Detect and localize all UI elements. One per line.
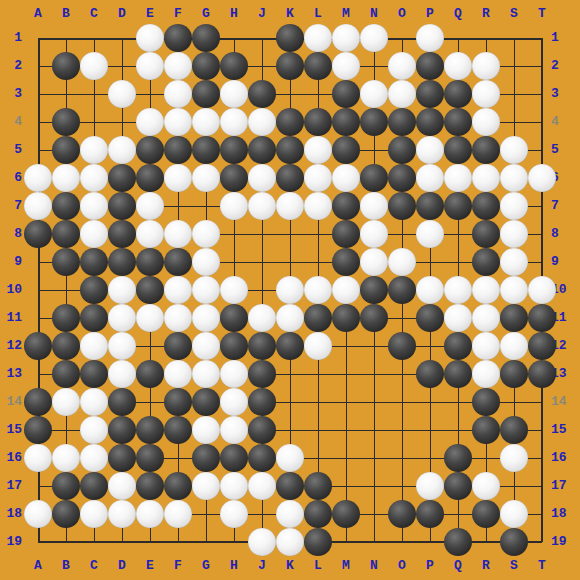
column-label-top: D <box>108 2 136 26</box>
black-stone <box>472 248 500 276</box>
column-label-top: C <box>80 2 108 26</box>
column-label-top: O <box>388 2 416 26</box>
white-stone <box>24 444 52 472</box>
black-stone <box>416 192 444 220</box>
white-stone <box>136 52 164 80</box>
white-stone <box>388 80 416 108</box>
white-stone <box>472 52 500 80</box>
black-stone <box>164 248 192 276</box>
white-stone <box>528 276 556 304</box>
black-stone <box>52 360 80 388</box>
white-stone <box>304 332 332 360</box>
black-stone <box>220 444 248 472</box>
black-stone <box>80 248 108 276</box>
column-label-bottom: P <box>416 554 444 578</box>
black-stone <box>276 332 304 360</box>
black-stone <box>472 136 500 164</box>
white-stone <box>248 472 276 500</box>
column-label-bottom: F <box>164 554 192 578</box>
white-stone <box>416 220 444 248</box>
white-stone <box>416 276 444 304</box>
white-stone <box>500 192 528 220</box>
black-stone <box>248 444 276 472</box>
white-stone <box>360 192 388 220</box>
black-stone <box>164 472 192 500</box>
black-stone <box>52 248 80 276</box>
white-stone <box>444 164 472 192</box>
column-label-bottom: J <box>248 554 276 578</box>
black-stone <box>192 80 220 108</box>
white-stone <box>416 164 444 192</box>
black-stone <box>388 500 416 528</box>
white-stone <box>192 108 220 136</box>
row-label-right: 19 <box>551 530 579 554</box>
black-stone <box>136 416 164 444</box>
column-label-bottom: B <box>52 554 80 578</box>
row-label-right: 15 <box>551 418 579 442</box>
black-stone <box>416 304 444 332</box>
black-stone <box>416 500 444 528</box>
white-stone <box>136 192 164 220</box>
black-stone <box>276 52 304 80</box>
row-label-left: 14 <box>0 390 22 414</box>
black-stone <box>388 332 416 360</box>
white-stone <box>164 220 192 248</box>
white-stone <box>360 24 388 52</box>
white-stone <box>80 500 108 528</box>
black-stone <box>276 24 304 52</box>
row-label-left: 18 <box>0 502 22 526</box>
row-label-right: 9 <box>551 250 579 274</box>
row-label-left: 3 <box>0 82 22 106</box>
white-stone <box>164 500 192 528</box>
row-label-right: 16 <box>551 446 579 470</box>
row-label-right: 5 <box>551 138 579 162</box>
black-stone <box>248 136 276 164</box>
white-stone <box>108 276 136 304</box>
black-stone <box>248 360 276 388</box>
black-stone <box>164 388 192 416</box>
black-stone <box>388 108 416 136</box>
white-stone <box>360 248 388 276</box>
row-label-right: 2 <box>551 54 579 78</box>
black-stone <box>108 192 136 220</box>
white-stone <box>80 220 108 248</box>
white-stone <box>192 332 220 360</box>
black-stone <box>332 136 360 164</box>
row-label-left: 16 <box>0 446 22 470</box>
column-label-bottom: Q <box>444 554 472 578</box>
black-stone <box>24 332 52 360</box>
white-stone <box>472 304 500 332</box>
column-label-bottom: O <box>388 554 416 578</box>
row-label-right: 14 <box>551 390 579 414</box>
white-stone <box>500 220 528 248</box>
white-stone <box>108 472 136 500</box>
black-stone <box>444 360 472 388</box>
black-stone <box>472 192 500 220</box>
row-label-left: 17 <box>0 474 22 498</box>
row-label-right: 17 <box>551 474 579 498</box>
black-stone <box>444 192 472 220</box>
column-label-top: S <box>500 2 528 26</box>
black-stone <box>388 276 416 304</box>
white-stone <box>304 164 332 192</box>
white-stone <box>24 500 52 528</box>
row-label-right: 7 <box>551 194 579 218</box>
black-stone <box>416 52 444 80</box>
black-stone <box>500 528 528 556</box>
row-label-left: 10 <box>0 278 22 302</box>
white-stone <box>164 80 192 108</box>
black-stone <box>360 304 388 332</box>
row-label-left: 2 <box>0 54 22 78</box>
white-stone <box>248 164 276 192</box>
column-label-top: Q <box>444 2 472 26</box>
column-label-bottom: T <box>528 554 556 578</box>
row-label-left: 13 <box>0 362 22 386</box>
black-stone <box>192 24 220 52</box>
white-stone <box>136 24 164 52</box>
black-stone <box>80 304 108 332</box>
column-label-bottom: S <box>500 554 528 578</box>
white-stone <box>472 108 500 136</box>
black-stone <box>444 80 472 108</box>
white-stone <box>108 80 136 108</box>
white-stone <box>192 220 220 248</box>
white-stone <box>136 108 164 136</box>
column-label-bottom: K <box>276 554 304 578</box>
black-stone <box>164 136 192 164</box>
black-stone <box>472 220 500 248</box>
column-label-top: A <box>24 2 52 26</box>
black-stone <box>136 136 164 164</box>
white-stone <box>192 164 220 192</box>
black-stone <box>220 304 248 332</box>
black-stone <box>164 332 192 360</box>
white-stone <box>360 80 388 108</box>
black-stone <box>164 24 192 52</box>
black-stone <box>528 360 556 388</box>
row-label-left: 6 <box>0 166 22 190</box>
black-stone <box>304 52 332 80</box>
white-stone <box>500 136 528 164</box>
white-stone <box>192 360 220 388</box>
white-stone <box>220 472 248 500</box>
white-stone <box>108 500 136 528</box>
black-stone <box>248 80 276 108</box>
column-label-top: N <box>360 2 388 26</box>
black-stone <box>332 248 360 276</box>
white-stone <box>164 276 192 304</box>
column-label-top: R <box>472 2 500 26</box>
black-stone <box>108 248 136 276</box>
black-stone <box>500 416 528 444</box>
column-label-top: E <box>136 2 164 26</box>
white-stone <box>24 164 52 192</box>
black-stone <box>52 108 80 136</box>
black-stone <box>24 416 52 444</box>
white-stone <box>80 192 108 220</box>
row-label-left: 19 <box>0 530 22 554</box>
white-stone <box>192 304 220 332</box>
white-stone <box>500 248 528 276</box>
black-stone <box>332 108 360 136</box>
column-label-bottom: E <box>136 554 164 578</box>
column-label-bottom: C <box>80 554 108 578</box>
white-stone <box>220 276 248 304</box>
black-stone <box>276 108 304 136</box>
column-label-top: K <box>276 2 304 26</box>
white-stone <box>248 192 276 220</box>
black-stone <box>248 388 276 416</box>
black-stone <box>500 304 528 332</box>
white-stone <box>80 416 108 444</box>
black-stone <box>304 304 332 332</box>
column-label-bottom: A <box>24 554 52 578</box>
column-label-top: P <box>416 2 444 26</box>
black-stone <box>500 360 528 388</box>
row-label-right: 8 <box>551 222 579 246</box>
column-label-bottom: G <box>192 554 220 578</box>
white-stone <box>332 24 360 52</box>
black-stone <box>52 304 80 332</box>
white-stone <box>24 192 52 220</box>
black-stone <box>80 276 108 304</box>
white-stone <box>500 332 528 360</box>
white-stone <box>108 360 136 388</box>
black-stone <box>52 332 80 360</box>
column-label-bottom: R <box>472 554 500 578</box>
white-stone <box>416 472 444 500</box>
black-stone <box>388 164 416 192</box>
black-stone <box>444 136 472 164</box>
white-stone <box>136 220 164 248</box>
white-stone <box>192 276 220 304</box>
column-label-top: J <box>248 2 276 26</box>
black-stone <box>472 500 500 528</box>
black-stone <box>24 220 52 248</box>
black-stone <box>136 360 164 388</box>
column-label-top: T <box>528 2 556 26</box>
white-stone <box>416 136 444 164</box>
column-label-top: G <box>192 2 220 26</box>
white-stone <box>108 332 136 360</box>
white-stone <box>472 360 500 388</box>
white-stone <box>472 80 500 108</box>
black-stone <box>332 500 360 528</box>
white-stone <box>444 276 472 304</box>
go-board[interactable]: AABBCCDDEEFFGGHHJJKKLLMMNNOOPPQQRRSSTT11… <box>0 0 580 580</box>
white-stone <box>220 416 248 444</box>
black-stone <box>332 192 360 220</box>
white-stone <box>108 136 136 164</box>
black-stone <box>108 220 136 248</box>
black-stone <box>360 276 388 304</box>
white-stone <box>248 108 276 136</box>
white-stone <box>164 108 192 136</box>
white-stone <box>276 304 304 332</box>
column-label-top: L <box>304 2 332 26</box>
row-label-left: 7 <box>0 194 22 218</box>
white-stone <box>52 388 80 416</box>
white-stone <box>220 80 248 108</box>
white-stone <box>332 164 360 192</box>
white-stone <box>248 528 276 556</box>
white-stone <box>136 304 164 332</box>
white-stone <box>164 304 192 332</box>
white-stone <box>80 444 108 472</box>
row-label-left: 11 <box>0 306 22 330</box>
black-stone <box>304 108 332 136</box>
white-stone <box>80 136 108 164</box>
white-stone <box>108 304 136 332</box>
black-stone <box>528 304 556 332</box>
black-stone <box>52 472 80 500</box>
black-stone <box>444 332 472 360</box>
black-stone <box>332 304 360 332</box>
white-stone <box>304 192 332 220</box>
black-stone <box>304 500 332 528</box>
black-stone <box>332 220 360 248</box>
white-stone <box>360 220 388 248</box>
white-stone <box>388 52 416 80</box>
column-label-top: M <box>332 2 360 26</box>
column-label-bottom: M <box>332 554 360 578</box>
black-stone <box>52 220 80 248</box>
black-stone <box>24 388 52 416</box>
white-stone <box>472 332 500 360</box>
black-stone <box>108 388 136 416</box>
white-stone <box>472 164 500 192</box>
black-stone <box>136 444 164 472</box>
white-stone <box>304 136 332 164</box>
white-stone <box>500 444 528 472</box>
white-stone <box>80 332 108 360</box>
black-stone <box>276 136 304 164</box>
white-stone <box>528 164 556 192</box>
black-stone <box>192 388 220 416</box>
white-stone <box>192 248 220 276</box>
black-stone <box>108 164 136 192</box>
black-stone <box>136 472 164 500</box>
black-stone <box>472 416 500 444</box>
white-stone <box>304 24 332 52</box>
black-stone <box>388 136 416 164</box>
column-label-top: B <box>52 2 80 26</box>
white-stone <box>500 500 528 528</box>
white-stone <box>332 276 360 304</box>
white-stone <box>164 360 192 388</box>
black-stone <box>248 416 276 444</box>
white-stone <box>220 108 248 136</box>
row-label-right: 3 <box>551 82 579 106</box>
row-label-left: 4 <box>0 110 22 134</box>
black-stone <box>360 108 388 136</box>
white-stone <box>52 164 80 192</box>
white-stone <box>220 192 248 220</box>
white-stone <box>500 276 528 304</box>
row-label-left: 15 <box>0 418 22 442</box>
row-label-right: 1 <box>551 26 579 50</box>
black-stone <box>444 528 472 556</box>
white-stone <box>192 472 220 500</box>
black-stone <box>192 444 220 472</box>
row-label-left: 12 <box>0 334 22 358</box>
white-stone <box>80 164 108 192</box>
black-stone <box>360 164 388 192</box>
black-stone <box>472 388 500 416</box>
white-stone <box>276 528 304 556</box>
go-board-screenshot: AABBCCDDEEFFGGHHJJKKLLMMNNOOPPQQRRSSTT11… <box>0 0 580 580</box>
column-label-top: H <box>220 2 248 26</box>
black-stone <box>164 416 192 444</box>
column-label-bottom: D <box>108 554 136 578</box>
row-label-left: 1 <box>0 26 22 50</box>
white-stone <box>444 52 472 80</box>
black-stone <box>332 80 360 108</box>
row-label-left: 5 <box>0 138 22 162</box>
row-label-right: 18 <box>551 502 579 526</box>
column-label-bottom: N <box>360 554 388 578</box>
white-stone <box>164 52 192 80</box>
white-stone <box>248 304 276 332</box>
black-stone <box>136 164 164 192</box>
column-label-top: F <box>164 2 192 26</box>
black-stone <box>192 136 220 164</box>
black-stone <box>108 416 136 444</box>
white-stone <box>388 248 416 276</box>
black-stone <box>248 332 276 360</box>
black-stone <box>388 192 416 220</box>
row-label-right: 4 <box>551 110 579 134</box>
black-stone <box>304 528 332 556</box>
white-stone <box>472 276 500 304</box>
black-stone <box>52 192 80 220</box>
row-label-left: 8 <box>0 222 22 246</box>
white-stone <box>416 24 444 52</box>
white-stone <box>52 444 80 472</box>
white-stone <box>192 416 220 444</box>
white-stone <box>276 444 304 472</box>
white-stone <box>500 164 528 192</box>
black-stone <box>52 500 80 528</box>
white-stone <box>304 276 332 304</box>
white-stone <box>220 360 248 388</box>
black-stone <box>276 472 304 500</box>
white-stone <box>220 388 248 416</box>
white-stone <box>276 192 304 220</box>
black-stone <box>416 360 444 388</box>
white-stone <box>332 52 360 80</box>
black-stone <box>136 276 164 304</box>
black-stone <box>444 108 472 136</box>
white-stone <box>444 304 472 332</box>
black-stone <box>52 52 80 80</box>
row-label-left: 9 <box>0 250 22 274</box>
white-stone <box>472 472 500 500</box>
white-stone <box>164 164 192 192</box>
black-stone <box>220 332 248 360</box>
black-stone <box>192 52 220 80</box>
black-stone <box>220 164 248 192</box>
white-stone <box>276 276 304 304</box>
black-stone <box>416 80 444 108</box>
black-stone <box>444 444 472 472</box>
white-stone <box>80 52 108 80</box>
white-stone <box>80 388 108 416</box>
black-stone <box>416 108 444 136</box>
